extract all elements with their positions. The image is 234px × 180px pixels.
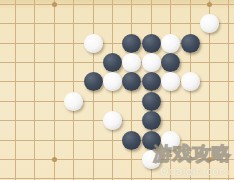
watermark-site-url: Qqaiqin.com (160, 166, 229, 178)
grid-horizontal-line (0, 23, 234, 24)
black-stone (181, 34, 200, 53)
black-stone (142, 111, 161, 130)
star-point (207, 2, 212, 7)
white-stone (200, 14, 219, 33)
black-stone (142, 34, 161, 53)
grid-vertical-line (54, 0, 55, 180)
white-stone (142, 53, 161, 72)
grid-horizontal-line (0, 101, 234, 102)
watermark-title: 游戏攻略 (153, 143, 231, 164)
grid-horizontal-line (0, 178, 234, 179)
grid-horizontal-line (0, 140, 234, 141)
white-stone (161, 72, 180, 91)
white-stone (103, 111, 122, 130)
black-stone (84, 72, 103, 91)
black-stone (161, 53, 180, 72)
black-stone (122, 72, 141, 91)
gomoku-board[interactable]: 游戏攻略 Qqaiqin.com (0, 0, 234, 180)
star-point (52, 2, 57, 7)
grid-horizontal-line (0, 4, 234, 5)
white-stone (122, 53, 141, 72)
star-point (52, 157, 57, 162)
black-stone (103, 53, 122, 72)
grid-vertical-line (15, 0, 16, 180)
white-stone (103, 72, 122, 91)
black-stone (122, 131, 141, 150)
grid-vertical-line (73, 0, 74, 180)
black-stone (142, 72, 161, 91)
black-stone (142, 92, 161, 111)
white-stone (84, 34, 103, 53)
black-stone (122, 34, 141, 53)
grid-vertical-line (34, 0, 35, 180)
white-stone (64, 92, 83, 111)
white-stone (181, 72, 200, 91)
white-stone (161, 34, 180, 53)
